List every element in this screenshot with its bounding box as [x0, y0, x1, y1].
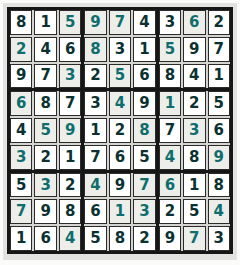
- cell-r3c7[interactable]: 8: [159, 64, 181, 89]
- cell-r7c4[interactable]: 4: [84, 173, 106, 198]
- window-frame: 8152469739748312563625978416874593213491…: [0, 0, 240, 265]
- cell-r3c8[interactable]: 4: [183, 64, 205, 89]
- cell-r1c9[interactable]: 2: [208, 10, 230, 35]
- cell-r9c2[interactable]: 6: [34, 226, 56, 251]
- cell-r7c1[interactable]: 5: [10, 173, 32, 198]
- cell-r6c4[interactable]: 7: [84, 145, 106, 170]
- cell-r6c7[interactable]: 4: [159, 145, 181, 170]
- cell-r9c4[interactable]: 5: [84, 226, 106, 251]
- cell-r5c6[interactable]: 8: [133, 118, 155, 143]
- cell-r6c6[interactable]: 5: [133, 145, 155, 170]
- cell-r8c7[interactable]: 2: [159, 199, 181, 224]
- cell-r1c3[interactable]: 5: [59, 10, 81, 35]
- cell-r4c8[interactable]: 2: [183, 91, 205, 116]
- cell-r9c7[interactable]: 9: [159, 226, 181, 251]
- cell-r7c6[interactable]: 7: [133, 173, 155, 198]
- cell-r4c3[interactable]: 7: [59, 91, 81, 116]
- cell-r5c9[interactable]: 6: [208, 118, 230, 143]
- cell-r7c5[interactable]: 9: [109, 173, 131, 198]
- cell-r1c2[interactable]: 1: [34, 10, 56, 35]
- cell-r3c1[interactable]: 9: [10, 64, 32, 89]
- cell-r1c8[interactable]: 6: [183, 10, 205, 35]
- cell-r7c8[interactable]: 1: [183, 173, 205, 198]
- cell-r4c6[interactable]: 9: [133, 91, 155, 116]
- cell-r9c9[interactable]: 3: [208, 226, 230, 251]
- cell-r5c4[interactable]: 1: [84, 118, 106, 143]
- cell-r6c3[interactable]: 1: [59, 145, 81, 170]
- cell-r4c7[interactable]: 1: [159, 91, 181, 116]
- cell-r3c6[interactable]: 6: [133, 64, 155, 89]
- box-2: 974831256: [84, 10, 155, 88]
- cell-r2c7[interactable]: 5: [159, 37, 181, 62]
- cell-r7c9[interactable]: 8: [208, 173, 230, 198]
- cell-r6c9[interactable]: 9: [208, 145, 230, 170]
- cell-r9c3[interactable]: 4: [59, 226, 81, 251]
- cell-r5c7[interactable]: 7: [159, 118, 181, 143]
- cell-r4c1[interactable]: 6: [10, 91, 32, 116]
- box-7: 532798164: [10, 173, 81, 251]
- cell-r9c1[interactable]: 1: [10, 226, 32, 251]
- cell-r4c5[interactable]: 4: [109, 91, 131, 116]
- cell-r2c2[interactable]: 4: [34, 37, 56, 62]
- cell-r4c2[interactable]: 8: [34, 91, 56, 116]
- cell-r6c1[interactable]: 3: [10, 145, 32, 170]
- cell-r7c2[interactable]: 3: [34, 173, 56, 198]
- cell-r6c2[interactable]: 2: [34, 145, 56, 170]
- box-8: 497613582: [84, 173, 155, 251]
- cell-r8c9[interactable]: 4: [208, 199, 230, 224]
- cell-r2c9[interactable]: 7: [208, 37, 230, 62]
- cell-r1c7[interactable]: 3: [159, 10, 181, 35]
- cell-r8c2[interactable]: 9: [34, 199, 56, 224]
- box-5: 349128765: [84, 91, 155, 169]
- cell-r7c7[interactable]: 6: [159, 173, 181, 198]
- box-4: 687459321: [10, 91, 81, 169]
- cell-r6c5[interactable]: 6: [109, 145, 131, 170]
- cell-r4c9[interactable]: 5: [208, 91, 230, 116]
- cell-r9c5[interactable]: 8: [109, 226, 131, 251]
- cell-r5c5[interactable]: 2: [109, 118, 131, 143]
- cell-r9c8[interactable]: 7: [183, 226, 205, 251]
- cell-r8c3[interactable]: 8: [59, 199, 81, 224]
- cell-r2c5[interactable]: 3: [109, 37, 131, 62]
- cell-r8c1[interactable]: 7: [10, 199, 32, 224]
- cell-r8c6[interactable]: 3: [133, 199, 155, 224]
- cell-r8c5[interactable]: 1: [109, 199, 131, 224]
- sudoku-board: 8152469739748312563625978416874593213491…: [7, 7, 233, 254]
- cell-r9c6[interactable]: 2: [133, 226, 155, 251]
- cell-r4c4[interactable]: 3: [84, 91, 106, 116]
- cell-r5c1[interactable]: 4: [10, 118, 32, 143]
- cell-r3c3[interactable]: 3: [59, 64, 81, 89]
- cell-r8c4[interactable]: 6: [84, 199, 106, 224]
- cell-r5c8[interactable]: 3: [183, 118, 205, 143]
- box-6: 125736489: [159, 91, 230, 169]
- cell-r1c5[interactable]: 7: [109, 10, 131, 35]
- cell-r5c2[interactable]: 5: [34, 118, 56, 143]
- cell-r1c4[interactable]: 9: [84, 10, 106, 35]
- cell-r6c8[interactable]: 8: [183, 145, 205, 170]
- cell-r3c4[interactable]: 2: [84, 64, 106, 89]
- cell-r7c3[interactable]: 2: [59, 173, 81, 198]
- cell-r5c3[interactable]: 9: [59, 118, 81, 143]
- cell-r8c8[interactable]: 5: [183, 199, 205, 224]
- box-9: 618254973: [159, 173, 230, 251]
- cell-r2c1[interactable]: 2: [10, 37, 32, 62]
- cell-r2c3[interactable]: 6: [59, 37, 81, 62]
- cell-r2c8[interactable]: 9: [183, 37, 205, 62]
- board-mat: 8152469739748312563625978416874593213491…: [3, 3, 237, 260]
- cell-r3c9[interactable]: 1: [208, 64, 230, 89]
- box-3: 362597841: [159, 10, 230, 88]
- cell-r3c2[interactable]: 7: [34, 64, 56, 89]
- cell-r2c6[interactable]: 1: [133, 37, 155, 62]
- cell-r1c1[interactable]: 8: [10, 10, 32, 35]
- cell-r2c4[interactable]: 8: [84, 37, 106, 62]
- cell-r3c5[interactable]: 5: [109, 64, 131, 89]
- cell-r1c6[interactable]: 4: [133, 10, 155, 35]
- box-1: 815246973: [10, 10, 81, 88]
